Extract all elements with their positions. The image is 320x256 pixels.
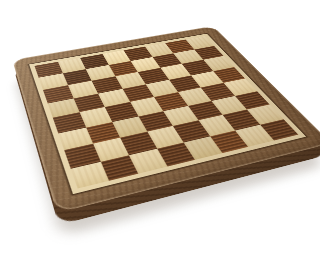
chess-board <box>12 26 320 213</box>
photo-scene <box>0 0 320 256</box>
product-photo <box>0 0 320 256</box>
board-frame <box>12 26 320 213</box>
